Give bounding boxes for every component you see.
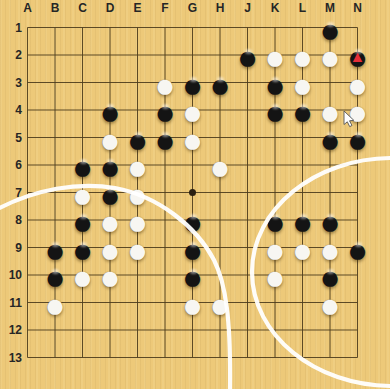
black-stone[interactable]: ● — [347, 236, 368, 264]
white-stone[interactable]: ● — [44, 291, 65, 319]
board-point-H9[interactable] — [206, 234, 234, 262]
board-point-F12[interactable] — [151, 316, 179, 344]
board-point-J9[interactable] — [234, 234, 262, 262]
board-point-D11[interactable] — [96, 289, 124, 317]
board-point-H3[interactable]: ● — [206, 69, 234, 97]
board-point-F10[interactable] — [151, 261, 179, 289]
board-point-E2[interactable] — [124, 41, 152, 69]
board-point-K12[interactable] — [261, 316, 289, 344]
board-point-A2[interactable] — [14, 41, 42, 69]
board-point-C11[interactable] — [69, 289, 97, 317]
board-point-H7[interactable] — [206, 179, 234, 207]
board-point-J10[interactable] — [234, 261, 262, 289]
board-point-L4[interactable]: ● — [289, 96, 317, 124]
board-point-N5[interactable]: ● — [344, 124, 372, 152]
board-point-F5[interactable]: ● — [151, 124, 179, 152]
board-point-J12[interactable] — [234, 316, 262, 344]
board-point-H12[interactable] — [206, 316, 234, 344]
board-point-E9[interactable]: ● — [124, 234, 152, 262]
board-point-D10[interactable]: ● — [96, 261, 124, 289]
board-point-G1[interactable] — [179, 14, 207, 42]
board-point-M6[interactable] — [316, 151, 344, 179]
black-stone[interactable]: ● — [292, 98, 313, 126]
board-point-K4[interactable]: ● — [261, 96, 289, 124]
board-point-A12[interactable] — [14, 316, 42, 344]
white-stone[interactable]: ● — [264, 263, 285, 291]
board-point-L12[interactable] — [289, 316, 317, 344]
board-point-B6[interactable] — [41, 151, 69, 179]
white-stone[interactable]: ● — [182, 126, 203, 154]
board-point-J8[interactable] — [234, 206, 262, 234]
board-point-H1[interactable] — [206, 14, 234, 42]
board-point-J13[interactable] — [234, 344, 262, 372]
board-point-A11[interactable] — [14, 289, 42, 317]
white-stone[interactable]: ● — [319, 291, 340, 319]
board-point-L13[interactable] — [289, 344, 317, 372]
board-point-C3[interactable] — [69, 69, 97, 97]
board-point-H6[interactable]: ● — [206, 151, 234, 179]
board-point-N7[interactable] — [344, 179, 372, 207]
board-point-N9[interactable]: ● — [344, 234, 372, 262]
board-point-B12[interactable] — [41, 316, 69, 344]
board-point-M5[interactable]: ● — [316, 124, 344, 152]
board-point-J7[interactable] — [234, 179, 262, 207]
board-point-D12[interactable] — [96, 316, 124, 344]
board-point-E11[interactable] — [124, 289, 152, 317]
white-stone[interactable]: ● — [209, 291, 230, 319]
board-point-B13[interactable] — [41, 344, 69, 372]
board-point-K11[interactable] — [261, 289, 289, 317]
board-point-G6[interactable] — [179, 151, 207, 179]
board-point-F7[interactable] — [151, 179, 179, 207]
white-stone[interactable]: ● — [72, 263, 93, 291]
board-point-K6[interactable] — [261, 151, 289, 179]
white-stone[interactable]: ● — [127, 236, 148, 264]
board-point-J4[interactable] — [234, 96, 262, 124]
board-point-L9[interactable]: ● — [289, 234, 317, 262]
board-point-E12[interactable] — [124, 316, 152, 344]
board-point-K5[interactable] — [261, 124, 289, 152]
board-point-C13[interactable] — [69, 344, 97, 372]
board-point-G5[interactable]: ● — [179, 124, 207, 152]
board-point-J5[interactable] — [234, 124, 262, 152]
board-point-A4[interactable] — [14, 96, 42, 124]
board-point-B5[interactable] — [41, 124, 69, 152]
board-point-B2[interactable] — [41, 41, 69, 69]
star-point-G7 — [189, 189, 196, 196]
board-point-A6[interactable] — [14, 151, 42, 179]
board-point-A8[interactable] — [14, 206, 42, 234]
board-point-N11[interactable] — [344, 289, 372, 317]
board-point-F11[interactable] — [151, 289, 179, 317]
board-point-H13[interactable] — [206, 344, 234, 372]
board-point-L5[interactable] — [289, 124, 317, 152]
black-stone[interactable]: ● — [209, 71, 230, 99]
board-point-H11[interactable]: ● — [206, 289, 234, 317]
black-stone[interactable]: ● — [237, 43, 258, 71]
board-point-L6[interactable] — [289, 151, 317, 179]
black-stone[interactable]: ● — [264, 98, 285, 126]
board-point-N6[interactable] — [344, 151, 372, 179]
board-point-B11[interactable]: ● — [41, 289, 69, 317]
board-point-G12[interactable] — [179, 316, 207, 344]
go-board-screenshot: ABCDEFGHJKLMN 12345678910111213 ●●●●●●▲●… — [0, 0, 390, 389]
white-stone[interactable]: ● — [319, 43, 340, 71]
board-point-N10[interactable] — [344, 261, 372, 289]
board-point-A5[interactable] — [14, 124, 42, 152]
board-point-F13[interactable] — [151, 344, 179, 372]
board-point-M11[interactable]: ● — [316, 289, 344, 317]
board-point-C12[interactable] — [69, 316, 97, 344]
board-point-H4[interactable] — [206, 96, 234, 124]
board-point-N13[interactable] — [344, 344, 372, 372]
board-point-F1[interactable] — [151, 14, 179, 42]
board-point-D1[interactable] — [96, 14, 124, 42]
board-point-B1[interactable] — [41, 14, 69, 42]
board-point-F6[interactable] — [151, 151, 179, 179]
board-point-M2[interactable]: ● — [316, 41, 344, 69]
board-point-E10[interactable] — [124, 261, 152, 289]
board-point-C4[interactable] — [69, 96, 97, 124]
board-point-L11[interactable] — [289, 289, 317, 317]
board-point-C2[interactable] — [69, 41, 97, 69]
board-point-D13[interactable] — [96, 344, 124, 372]
board-point-J3[interactable] — [234, 69, 262, 97]
board-point-M13[interactable] — [316, 344, 344, 372]
board-point-M12[interactable] — [316, 316, 344, 344]
board-point-C10[interactable]: ● — [69, 261, 97, 289]
board-point-N12[interactable] — [344, 316, 372, 344]
board-point-A1[interactable] — [14, 14, 42, 42]
board-point-G11[interactable]: ● — [179, 289, 207, 317]
board-point-D2[interactable] — [96, 41, 124, 69]
board-point-J2[interactable]: ● — [234, 41, 262, 69]
board-point-A7[interactable] — [14, 179, 42, 207]
white-stone[interactable]: ● — [209, 153, 230, 181]
white-stone[interactable]: ● — [182, 291, 203, 319]
board-point-B4[interactable] — [41, 96, 69, 124]
board-point-A9[interactable] — [14, 234, 42, 262]
white-stone[interactable]: ● — [292, 236, 313, 264]
black-stone[interactable]: ● — [319, 126, 340, 154]
board-point-G13[interactable] — [179, 344, 207, 372]
black-stone[interactable]: ● — [347, 126, 368, 154]
board-point-A3[interactable] — [14, 69, 42, 97]
board-point-F8[interactable] — [151, 206, 179, 234]
white-stone[interactable]: ● — [99, 263, 120, 291]
board-point-B3[interactable] — [41, 69, 69, 97]
board-point-E3[interactable] — [124, 69, 152, 97]
board-point-J6[interactable] — [234, 151, 262, 179]
board-point-E13[interactable] — [124, 344, 152, 372]
board-point-B7[interactable] — [41, 179, 69, 207]
board-point-C1[interactable] — [69, 14, 97, 42]
board-point-F9[interactable] — [151, 234, 179, 262]
black-stone[interactable]: ● — [154, 126, 175, 154]
board-point-K13[interactable] — [261, 344, 289, 372]
board-point-A10[interactable] — [14, 261, 42, 289]
board-point-J11[interactable] — [234, 289, 262, 317]
board-point-K10[interactable]: ● — [261, 261, 289, 289]
board-point-H8[interactable] — [206, 206, 234, 234]
board-point-A13[interactable] — [14, 344, 42, 372]
board-point-L10[interactable] — [289, 261, 317, 289]
board-intersections[interactable]: ●●●●●●▲●●●●●●●●●●●●●●●●●●●●●●●●●●●●●●●●●… — [14, 14, 372, 372]
board-point-E1[interactable] — [124, 14, 152, 42]
